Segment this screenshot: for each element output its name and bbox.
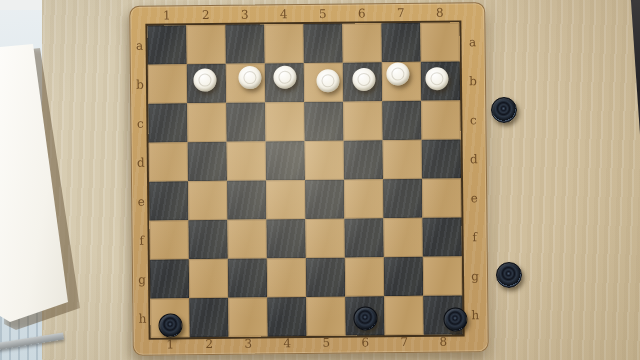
black-piece-offboard-2[interactable] [496,262,522,288]
square-f7[interactable] [383,218,422,257]
square-e5[interactable] [305,180,344,219]
white-piece-b8[interactable] [425,67,448,90]
coord-label-top-8: 8 [436,6,444,20]
black-piece-h1[interactable] [158,313,182,337]
square-c7[interactable] [382,101,421,140]
square-e8[interactable] [422,178,461,217]
square-e1[interactable] [149,181,188,220]
coord-label-left-d: d [137,155,145,169]
coord-label-left-b: b [136,77,144,91]
square-f1[interactable] [149,220,188,259]
square-g6[interactable] [345,257,384,296]
coord-label-left-e: e [138,194,145,208]
square-a5[interactable] [303,24,342,63]
white-piece-b7[interactable] [386,62,409,85]
square-c4[interactable] [265,102,304,141]
square-f8[interactable] [422,217,461,256]
coord-label-bottom-4: 4 [283,336,291,350]
square-c1[interactable] [148,103,187,142]
coord-label-left-c: c [137,116,144,130]
coord-label-bottom-7: 7 [400,335,408,349]
square-e4[interactable] [266,180,305,219]
coord-label-right-c: c [470,113,477,127]
board-grid [147,22,462,337]
square-c8[interactable] [421,100,460,139]
square-f4[interactable] [266,219,305,258]
square-f6[interactable] [344,218,383,257]
square-e6[interactable] [344,179,383,218]
white-piece-b6[interactable] [352,67,375,90]
square-a6[interactable] [342,23,381,62]
square-d4[interactable] [266,141,305,180]
square-a2[interactable] [186,25,225,64]
square-d6[interactable] [344,140,383,179]
square-h2[interactable] [189,298,228,337]
coord-label-right-g: g [471,269,479,283]
square-g8[interactable] [423,256,462,295]
coord-label-top-3: 3 [241,8,249,22]
square-d3[interactable] [227,141,266,180]
square-g7[interactable] [384,257,423,296]
coord-label-right-e: e [471,191,478,205]
coord-label-left-h: h [139,311,147,325]
square-h5[interactable] [306,297,345,336]
coord-label-top-5: 5 [319,7,327,21]
square-g4[interactable] [267,258,306,297]
square-f5[interactable] [305,219,344,258]
square-a8[interactable] [420,22,459,61]
square-c3[interactable] [226,102,265,141]
coord-label-bottom-2: 2 [205,337,213,351]
square-e2[interactable] [188,181,227,220]
coord-label-top-2: 2 [202,8,210,22]
square-c2[interactable] [187,103,226,142]
square-g3[interactable] [228,258,267,297]
coord-label-top-4: 4 [280,7,288,21]
square-f3[interactable] [227,219,266,258]
square-h7[interactable] [384,296,423,335]
square-d1[interactable] [149,142,188,181]
coord-label-right-h: h [471,308,479,322]
coord-label-bottom-8: 8 [439,335,447,349]
square-g5[interactable] [306,258,345,297]
square-g2[interactable] [189,259,228,298]
square-c6[interactable] [343,101,382,140]
square-d7[interactable] [383,140,422,179]
coord-label-left-a: a [136,38,143,52]
coord-label-right-a: a [469,35,476,49]
white-piece-b5[interactable] [316,69,339,92]
checkers-board: 1122334455667788aabbccddeeffgghh [129,2,489,356]
black-piece-offboard-1[interactable] [491,97,517,123]
white-piece-b3[interactable] [238,65,261,88]
photo-scene: 1122334455667788aabbccddeeffgghh [0,0,640,360]
coord-label-bottom-5: 5 [322,336,330,350]
coord-label-top-7: 7 [397,6,405,20]
black-piece-h6[interactable] [353,306,377,330]
coord-label-top-1: 1 [163,8,171,22]
square-a4[interactable] [264,24,303,63]
square-d5[interactable] [305,141,344,180]
square-a7[interactable] [381,23,420,62]
square-e3[interactable] [227,180,266,219]
square-a3[interactable] [225,24,264,63]
coord-label-bottom-1: 1 [166,337,174,351]
square-f2[interactable] [188,220,227,259]
square-c5[interactable] [304,102,343,141]
coord-label-right-f: f [472,230,477,244]
coord-label-left-g: g [138,272,146,286]
black-piece-h8[interactable] [443,307,467,331]
coord-label-right-d: d [470,152,478,166]
coord-label-left-f: f [139,233,144,247]
white-piece-b2[interactable] [193,68,216,91]
square-d8[interactable] [422,139,461,178]
square-e7[interactable] [383,179,422,218]
square-b1[interactable] [148,64,187,103]
coord-label-right-b: b [469,74,477,88]
square-h4[interactable] [267,297,306,336]
square-h3[interactable] [228,297,267,336]
square-g1[interactable] [150,259,189,298]
white-piece-b4[interactable] [273,65,296,88]
coord-label-top-6: 6 [358,6,366,20]
square-a1[interactable] [147,25,186,64]
square-d2[interactable] [188,142,227,181]
coord-label-bottom-3: 3 [244,337,252,351]
coord-label-bottom-6: 6 [361,335,369,349]
